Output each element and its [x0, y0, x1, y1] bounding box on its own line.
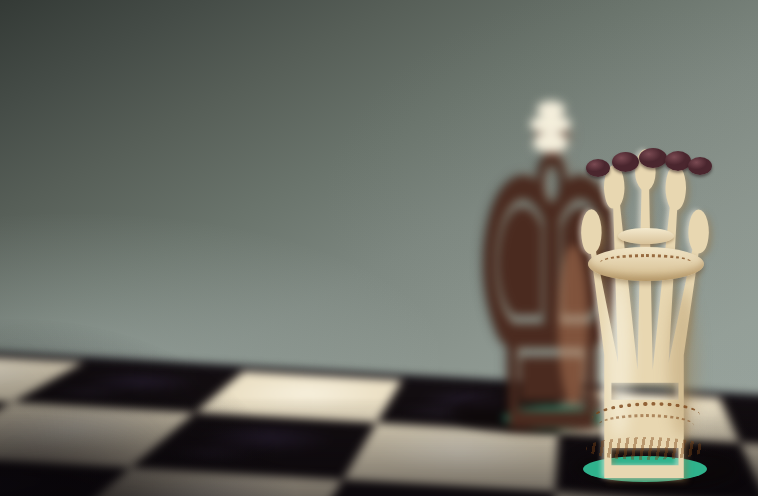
chess-photo-scene: ♚ ♛	[0, 0, 758, 496]
square-e7	[555, 433, 758, 496]
